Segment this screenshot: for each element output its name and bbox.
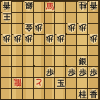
star-point [33,65,35,67]
piece-kanji: 銀 [24,2,32,10]
piece-sente-king-4h[interactable]: 玉 [56,78,65,88]
piece-kanji: 歩 [57,35,65,43]
piece-kanji: 馬 [46,3,54,11]
piece-sente-lance-1i[interactable]: 香 [89,89,98,99]
piece-gote-pawn-4d[interactable]: 歩 [56,34,65,44]
piece-gote-pawn-1d[interactable]: 歩 [89,34,98,44]
star-point [65,33,67,35]
shogi-screenshot: 香銀馬桂香王金歩歩歩歩歩歩歩歩歩銀歩歩歩歩龍と玉桂香 [0,0,100,100]
piece-kanji: 王 [2,13,10,21]
piece-kanji: 桂 [79,2,87,10]
piece-sente-pawn-5g[interactable]: 歩 [45,67,54,77]
piece-sente-knight-2i[interactable]: 桂 [78,89,87,99]
piece-kanji: 歩 [35,24,43,32]
piece-gote-king-9b[interactable]: 王 [2,12,11,22]
piece-kanji: 歩 [46,35,54,43]
piece-kanji: 玉 [57,79,65,87]
piece-kanji: 歩 [24,35,32,43]
piece-gote-pawn-7d[interactable]: 歩 [24,34,33,44]
piece-sente-pawn-2g[interactable]: 歩 [78,67,87,77]
piece-kanji: と [35,78,43,86]
piece-kanji: 歩 [90,35,98,43]
piece-gote-pawn-8d[interactable]: 歩 [13,34,22,44]
piece-kanji: 歩 [2,35,10,43]
star-point [65,65,67,67]
shogi-board[interactable]: 香銀馬桂香王金歩歩歩歩歩歩歩歩歩銀歩歩歩歩龍と玉桂香 [0,0,100,100]
piece-gote-tokin-6h[interactable]: と [34,78,43,88]
piece-gote-lance-9a[interactable]: 香 [2,1,11,11]
piece-kanji: 香 [90,2,98,10]
piece-gote-pawn-2c[interactable]: 歩 [78,23,87,33]
piece-kanji: 龍 [13,78,21,86]
piece-kanji: 金 [24,24,32,32]
piece-kanji: 歩 [90,68,98,76]
piece-gote-pawn-3c[interactable]: 歩 [67,23,76,33]
piece-kanji: 歩 [46,68,54,76]
piece-kanji: 歩 [68,68,76,76]
piece-gote-silver-7a[interactable]: 銀 [24,1,33,11]
piece-gote-pawn-9d[interactable]: 歩 [2,34,11,44]
piece-gote-dragon-8h[interactable]: 龍 [13,78,22,88]
piece-gote-lance-1a[interactable]: 香 [89,1,98,11]
piece-kanji: 歩 [68,24,76,32]
piece-kanji: 桂 [79,90,87,98]
piece-gote-pawn-5d[interactable]: 歩 [45,34,54,44]
piece-kanji: 香 [90,90,98,98]
piece-sente-horse-5a[interactable]: 馬 [45,1,54,11]
piece-kanji: 歩 [13,35,21,43]
piece-sente-silver-2f[interactable]: 銀 [78,56,87,66]
piece-gote-pawn-6c[interactable]: 歩 [34,23,43,33]
piece-gote-knight-2a[interactable]: 桂 [78,1,87,11]
piece-sente-pawn-3g[interactable]: 歩 [67,67,76,77]
piece-gote-gold-7c[interactable]: 金 [24,23,33,33]
piece-kanji: 歩 [79,24,87,32]
piece-kanji: 銀 [79,57,87,65]
piece-sente-pawn-1g[interactable]: 歩 [89,67,98,77]
piece-kanji: 歩 [79,68,87,76]
piece-kanji: 香 [2,2,10,10]
